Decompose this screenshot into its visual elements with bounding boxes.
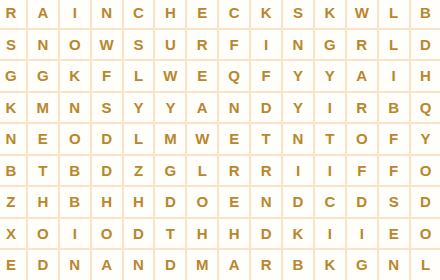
grid-cell[interactable]: N xyxy=(60,93,92,125)
grid-cell[interactable]: Y xyxy=(283,93,315,125)
grid-cell[interactable]: O xyxy=(411,156,440,188)
grid-cell[interactable]: D xyxy=(28,250,60,280)
grid-cell[interactable]: T xyxy=(315,124,347,156)
grid-cell[interactable]: N xyxy=(0,124,28,156)
grid-cell[interactable]: L xyxy=(379,30,411,62)
grid-cell[interactable]: H xyxy=(28,187,60,219)
grid-cell[interactable]: S xyxy=(0,30,28,62)
grid-cell[interactable]: W xyxy=(187,124,219,156)
grid-cell[interactable]: N xyxy=(283,124,315,156)
grid-cell[interactable]: I xyxy=(251,30,283,62)
grid-cell[interactable]: T xyxy=(28,156,60,188)
grid-cell[interactable]: H xyxy=(187,219,219,251)
grid-cell[interactable]: F xyxy=(251,61,283,93)
grid-cell[interactable]: R xyxy=(347,93,379,125)
grid-cell[interactable]: X xyxy=(0,219,28,251)
grid-cell[interactable]: G xyxy=(155,156,187,188)
grid-cell[interactable]: N xyxy=(60,250,92,280)
grid-cell[interactable]: N xyxy=(124,250,156,280)
grid-cell[interactable]: R xyxy=(251,156,283,188)
grid-cell[interactable]: C xyxy=(219,0,251,30)
grid-cell[interactable]: W xyxy=(155,61,187,93)
word-search-puzzle: RAINCHECKSKWLBSNOWSURFINGRLDGGKFLWEQFYYA… xyxy=(0,0,440,280)
grid-cell[interactable]: K xyxy=(251,0,283,30)
grid-cell[interactable]: B xyxy=(60,156,92,188)
grid-cell[interactable]: B xyxy=(60,187,92,219)
grid-cell[interactable]: A xyxy=(219,250,251,280)
grid-cell[interactable]: D xyxy=(411,187,440,219)
grid-cell[interactable]: D xyxy=(155,187,187,219)
grid-cell[interactable]: F xyxy=(347,156,379,188)
grid-cell[interactable]: O xyxy=(92,219,124,251)
grid-cell[interactable]: K xyxy=(0,93,28,125)
grid-cell[interactable]: E xyxy=(219,124,251,156)
grid-cell[interactable]: B xyxy=(283,250,315,280)
grid-cell[interactable]: Q xyxy=(219,61,251,93)
grid-cell[interactable]: L xyxy=(124,61,156,93)
grid-cell[interactable]: F xyxy=(379,124,411,156)
grid-cell[interactable]: L xyxy=(187,156,219,188)
grid-cell[interactable]: G xyxy=(347,250,379,280)
grid-cell[interactable]: N xyxy=(92,0,124,30)
grid-cell[interactable]: E xyxy=(28,124,60,156)
grid-cell[interactable]: M xyxy=(28,93,60,125)
grid-cell[interactable]: M xyxy=(155,124,187,156)
grid-cell[interactable]: W xyxy=(347,0,379,30)
grid-cell[interactable]: H xyxy=(124,187,156,219)
grid-cell[interactable]: K xyxy=(315,0,347,30)
grid-cell[interactable]: D xyxy=(124,219,156,251)
grid-cell[interactable]: G xyxy=(28,61,60,93)
grid-cell[interactable]: N xyxy=(379,250,411,280)
grid-cell[interactable]: L xyxy=(411,250,440,280)
grid-cell[interactable]: N xyxy=(251,187,283,219)
grid-cell[interactable]: A xyxy=(28,0,60,30)
grid-cell[interactable]: T xyxy=(155,219,187,251)
grid-cell[interactable]: D xyxy=(347,187,379,219)
grid-cell[interactable]: M xyxy=(187,250,219,280)
grid-cell[interactable]: O xyxy=(347,124,379,156)
grid-cell[interactable]: K xyxy=(283,219,315,251)
grid-cell[interactable]: G xyxy=(315,30,347,62)
grid-cell[interactable]: O xyxy=(60,124,92,156)
grid-cell[interactable]: R xyxy=(0,0,28,30)
grid-cell[interactable]: S xyxy=(92,93,124,125)
grid-cell[interactable]: Z xyxy=(0,187,28,219)
grid-cell[interactable]: I xyxy=(379,61,411,93)
grid-cell[interactable]: H xyxy=(155,0,187,30)
grid-cell[interactable]: W xyxy=(92,30,124,62)
grid-cell[interactable]: L xyxy=(379,0,411,30)
grid-cell[interactable]: O xyxy=(411,219,440,251)
grid-cell[interactable]: S xyxy=(379,187,411,219)
grid-cell[interactable]: B xyxy=(0,156,28,188)
grid-cell[interactable]: I xyxy=(315,93,347,125)
grid-cell[interactable]: G xyxy=(0,61,28,93)
grid-cell[interactable]: B xyxy=(411,0,440,30)
grid-cell[interactable]: R xyxy=(187,30,219,62)
grid-cell[interactable]: K xyxy=(60,61,92,93)
grid-cell[interactable]: S xyxy=(124,30,156,62)
grid-cell[interactable]: N xyxy=(28,30,60,62)
grid-cell[interactable]: I xyxy=(60,219,92,251)
grid-cell[interactable]: F xyxy=(92,61,124,93)
grid-cell[interactable]: O xyxy=(28,219,60,251)
grid-cell[interactable]: R xyxy=(347,30,379,62)
grid-cell[interactable]: H xyxy=(92,187,124,219)
grid-cell[interactable]: E xyxy=(219,187,251,219)
grid-cell[interactable]: I xyxy=(283,156,315,188)
grid-cell[interactable]: I xyxy=(315,156,347,188)
grid-cell[interactable]: Y xyxy=(283,61,315,93)
grid-cell[interactable]: D xyxy=(411,30,440,62)
grid-cell[interactable]: E xyxy=(187,0,219,30)
grid-cell[interactable]: O xyxy=(60,30,92,62)
grid-cell[interactable]: Y xyxy=(124,93,156,125)
grid-cell[interactable]: O xyxy=(187,187,219,219)
word-search-board: RAINCHECKSKWLBSNOWSURFINGRLDGGKFLWEQFYYA… xyxy=(0,0,440,280)
grid-cell[interactable]: R xyxy=(219,156,251,188)
grid-cell[interactable]: Q xyxy=(411,93,440,125)
grid-cell[interactable]: D xyxy=(92,156,124,188)
grid-cell[interactable]: A xyxy=(92,250,124,280)
grid-cell[interactable]: N xyxy=(283,30,315,62)
grid-cell[interactable]: D xyxy=(251,93,283,125)
grid-cell[interactable]: I xyxy=(315,219,347,251)
grid-cell[interactable]: D xyxy=(251,219,283,251)
grid-cell[interactable]: Z xyxy=(124,156,156,188)
grid-cell[interactable]: A xyxy=(187,93,219,125)
grid-cell[interactable]: R xyxy=(251,250,283,280)
grid-cell[interactable]: H xyxy=(219,219,251,251)
grid-cell[interactable]: D xyxy=(92,124,124,156)
grid-cell[interactable]: E xyxy=(379,219,411,251)
grid-cell[interactable]: H xyxy=(411,61,440,93)
grid-cell[interactable]: B xyxy=(379,93,411,125)
grid-cell[interactable]: N xyxy=(219,93,251,125)
grid-cell[interactable]: L xyxy=(124,124,156,156)
grid-cell[interactable]: I xyxy=(60,0,92,30)
grid-cell[interactable]: D xyxy=(155,250,187,280)
grid-cell[interactable]: Y xyxy=(411,124,440,156)
grid-cell[interactable]: U xyxy=(155,30,187,62)
grid-cell[interactable]: C xyxy=(315,187,347,219)
grid-cell[interactable]: Y xyxy=(155,93,187,125)
grid-cell[interactable]: F xyxy=(379,156,411,188)
grid-cell[interactable]: E xyxy=(187,61,219,93)
grid-cell[interactable]: D xyxy=(283,187,315,219)
grid-cell[interactable]: K xyxy=(315,250,347,280)
grid-cell[interactable]: C xyxy=(124,0,156,30)
grid-cell[interactable]: Y xyxy=(315,61,347,93)
grid-cell[interactable]: T xyxy=(251,124,283,156)
grid-cell[interactable]: S xyxy=(283,0,315,30)
grid-cell[interactable]: E xyxy=(0,250,28,280)
grid-cell[interactable]: A xyxy=(347,61,379,93)
grid-cell[interactable]: F xyxy=(219,30,251,62)
grid-cell[interactable]: I xyxy=(347,219,379,251)
